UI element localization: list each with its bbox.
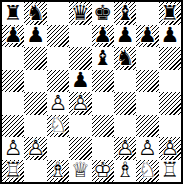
square-g6[interactable] — [136, 47, 158, 70]
black-knight-icon: ♞ — [116, 48, 135, 69]
white-pawn-icon: ♙ — [26, 138, 45, 159]
piece-black-bishop: ♝ — [92, 47, 114, 70]
black-pawn-icon: ♟ — [26, 25, 45, 46]
piece-white-pawn: ♟♙ — [2, 137, 24, 160]
piece-white-pawn: ♟♙ — [114, 137, 136, 160]
square-c4[interactable]: ♟♙ — [47, 92, 69, 115]
piece-black-pawn: ♟ — [2, 25, 24, 48]
piece-white-pawn: ♟♙ — [136, 137, 158, 160]
square-a6[interactable] — [2, 47, 24, 70]
square-d5[interactable]: ♟ — [69, 70, 91, 93]
piece-black-king: ♚ — [92, 2, 114, 25]
piece-white-pawn: ♟♙ — [47, 92, 69, 115]
square-a4[interactable] — [2, 92, 24, 115]
black-bishop-icon: ♝ — [93, 48, 112, 69]
square-h6[interactable] — [159, 47, 181, 70]
square-f1[interactable]: ♝♗ — [114, 160, 136, 183]
square-a1[interactable]: ♜♖ — [2, 160, 24, 183]
square-b4[interactable] — [24, 92, 46, 115]
white-pawn-icon: ♙ — [116, 138, 135, 159]
piece-black-bishop: ♝ — [114, 2, 136, 25]
piece-black-pawn: ♟ — [24, 25, 46, 48]
square-h1[interactable]: ♜♖ — [159, 160, 181, 183]
piece-white-knight: ♞♘ — [47, 115, 69, 138]
square-h8[interactable]: ♜ — [159, 2, 181, 25]
piece-white-knight: ♞♘ — [136, 160, 158, 183]
piece-white-pawn: ♟♙ — [24, 137, 46, 160]
square-c2[interactable] — [47, 137, 69, 160]
square-e6[interactable]: ♝ — [92, 47, 114, 70]
black-knight-icon: ♞ — [26, 3, 45, 24]
square-f6[interactable]: ♞ — [114, 47, 136, 70]
square-c8[interactable] — [47, 2, 69, 25]
square-e5[interactable] — [92, 70, 114, 93]
square-d8[interactable]: ♛ — [69, 2, 91, 25]
piece-black-pawn: ♟ — [159, 25, 181, 48]
square-a5[interactable] — [2, 70, 24, 93]
square-f7[interactable]: ♟ — [114, 25, 136, 48]
white-rook-icon: ♖ — [160, 160, 179, 181]
square-g4[interactable] — [136, 92, 158, 115]
square-d3[interactable] — [69, 115, 91, 138]
square-h7[interactable]: ♟ — [159, 25, 181, 48]
white-rook-icon: ♖ — [4, 160, 23, 181]
square-g7[interactable]: ♟ — [136, 25, 158, 48]
piece-white-rook: ♜♖ — [159, 160, 181, 183]
black-pawn-icon: ♟ — [138, 25, 157, 46]
square-h3[interactable] — [159, 115, 181, 138]
square-d4[interactable]: ♟♙ — [69, 92, 91, 115]
black-bishop-icon: ♝ — [116, 3, 135, 24]
square-f5[interactable] — [114, 70, 136, 93]
piece-black-pawn: ♟ — [136, 25, 158, 48]
square-c7[interactable] — [47, 25, 69, 48]
piece-black-queen: ♛ — [69, 2, 91, 25]
square-h4[interactable] — [159, 92, 181, 115]
piece-white-queen: ♛♕ — [69, 160, 91, 183]
white-pawn-icon: ♙ — [4, 138, 23, 159]
piece-black-pawn: ♟ — [69, 70, 91, 93]
white-pawn-icon: ♙ — [138, 138, 157, 159]
square-b6[interactable] — [24, 47, 46, 70]
square-e1[interactable]: ♚♔ — [92, 160, 114, 183]
square-b2[interactable]: ♟♙ — [24, 137, 46, 160]
square-e3[interactable] — [92, 115, 114, 138]
white-pawn-icon: ♙ — [71, 93, 90, 114]
white-knight-icon: ♘ — [49, 115, 68, 136]
white-bishop-icon: ♗ — [116, 160, 135, 181]
square-f4[interactable] — [114, 92, 136, 115]
piece-black-knight: ♞ — [24, 2, 46, 25]
square-b5[interactable] — [24, 70, 46, 93]
square-c6[interactable] — [47, 47, 69, 70]
square-d6[interactable] — [69, 47, 91, 70]
square-e4[interactable] — [92, 92, 114, 115]
square-d1[interactable]: ♛♕ — [69, 160, 91, 183]
square-g5[interactable] — [136, 70, 158, 93]
white-king-icon: ♔ — [93, 160, 112, 181]
square-b1[interactable] — [24, 160, 46, 183]
square-f8[interactable]: ♝ — [114, 2, 136, 25]
square-c3[interactable]: ♞♘ — [47, 115, 69, 138]
white-bishop-icon: ♗ — [49, 160, 68, 181]
square-c1[interactable]: ♝♗ — [47, 160, 69, 183]
piece-black-pawn: ♟ — [92, 25, 114, 48]
square-a3[interactable] — [2, 115, 24, 138]
square-e7[interactable]: ♟ — [92, 25, 114, 48]
piece-white-rook: ♜♖ — [2, 160, 24, 183]
square-a2[interactable]: ♟♙ — [2, 137, 24, 160]
piece-white-king: ♚♔ — [92, 160, 114, 183]
square-b8[interactable]: ♞ — [24, 2, 46, 25]
black-pawn-icon: ♟ — [160, 25, 179, 46]
piece-white-pawn: ♟♙ — [159, 137, 181, 160]
square-f3[interactable] — [114, 115, 136, 138]
square-e8[interactable]: ♚ — [92, 2, 114, 25]
square-a7[interactable]: ♟ — [2, 25, 24, 48]
square-g1[interactable]: ♞♘ — [136, 160, 158, 183]
black-king-icon: ♚ — [93, 3, 112, 24]
square-h2[interactable]: ♟♙ — [159, 137, 181, 160]
piece-white-bishop: ♝♗ — [47, 160, 69, 183]
square-g3[interactable] — [136, 115, 158, 138]
square-b7[interactable]: ♟ — [24, 25, 46, 48]
square-h5[interactable] — [159, 70, 181, 93]
white-pawn-icon: ♙ — [49, 93, 68, 114]
piece-black-rook: ♜ — [159, 2, 181, 25]
piece-white-bishop: ♝♗ — [114, 160, 136, 183]
white-queen-icon: ♕ — [71, 160, 90, 181]
square-a8[interactable]: ♜ — [2, 2, 24, 25]
black-pawn-icon: ♟ — [71, 70, 90, 91]
piece-black-rook: ♜ — [2, 2, 24, 25]
square-g2[interactable]: ♟♙ — [136, 137, 158, 160]
chess-board: ♜♞♛♚♝♜♟♟♟♟♟♟♝♞♟♟♙♟♙♞♘♟♙♟♙♟♙♟♙♟♙♜♖♝♗♛♕♚♔♝… — [0, 0, 183, 184]
piece-black-knight: ♞ — [114, 47, 136, 70]
piece-white-pawn: ♟♙ — [69, 92, 91, 115]
black-pawn-icon: ♟ — [4, 25, 23, 46]
square-b3[interactable] — [24, 115, 46, 138]
black-rook-icon: ♜ — [4, 3, 23, 24]
black-queen-icon: ♛ — [71, 3, 90, 24]
black-pawn-icon: ♟ — [116, 25, 135, 46]
white-pawn-icon: ♙ — [160, 138, 179, 159]
square-d7[interactable] — [69, 25, 91, 48]
square-c5[interactable] — [47, 70, 69, 93]
square-d2[interactable] — [69, 137, 91, 160]
white-knight-icon: ♘ — [138, 160, 157, 181]
square-f2[interactable]: ♟♙ — [114, 137, 136, 160]
black-pawn-icon: ♟ — [93, 25, 112, 46]
square-e2[interactable] — [92, 137, 114, 160]
square-g8[interactable] — [136, 2, 158, 25]
black-rook-icon: ♜ — [160, 3, 179, 24]
piece-black-pawn: ♟ — [114, 25, 136, 48]
